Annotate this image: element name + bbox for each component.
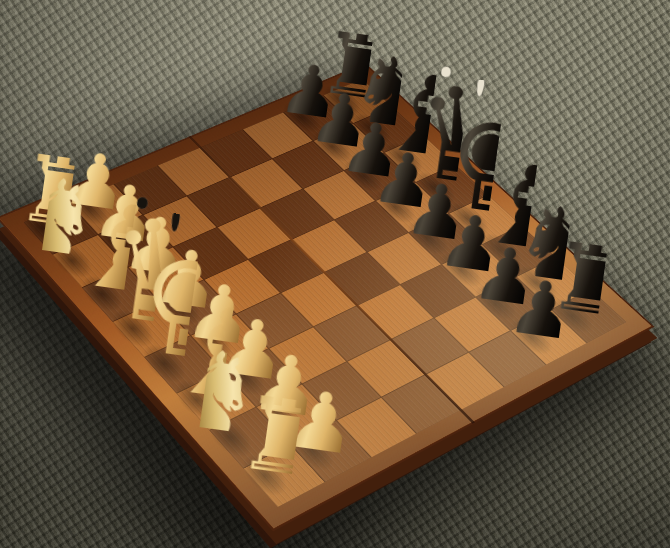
square-d5	[293, 221, 366, 272]
black-pawn: ♟	[504, 267, 568, 349]
square-h1: ♜	[244, 445, 325, 507]
board-squares: ♜♞♝♛♚♝♞♜♟♟♟♟♟♟♟♟♟♟♟♟♟♟♟♟♜♞♝♛♚♝♞♜	[24, 79, 626, 507]
camera-roll-wrapper: ♜♞♝♛♚♝♞♜♟♟♟♟♟♟♟♟♟♟♟♟♟♟♟♟♜♞♝♛♚♝♞♜	[0, 0, 670, 548]
carpet-background: ♜♞♝♛♚♝♞♜♟♟♟♟♟♟♟♟♟♟♟♟♟♟♟♟♜♞♝♛♚♝♞♜	[0, 0, 670, 548]
white-rook: ♜	[232, 382, 304, 491]
chess-board: ♜♞♝♛♚♝♞♜♟♟♟♟♟♟♟♟♟♟♟♟♟♟♟♟♜♞♝♛♚♝♞♜	[0, 63, 654, 532]
perspective-scene: ♜♞♝♛♚♝♞♜♟♟♟♟♟♟♟♟♟♟♟♟♟♟♟♟♜♞♝♛♚♝♞♜	[0, 0, 670, 548]
